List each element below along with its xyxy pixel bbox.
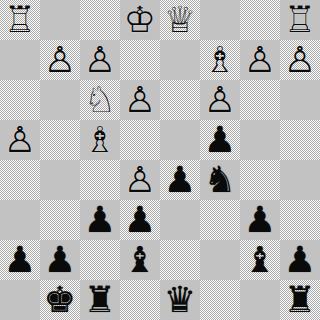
square-f3[interactable]: ♘ [80,80,120,120]
black-pawn: ♟ [124,200,156,240]
black-rook: ♜ [284,280,316,320]
square-f5[interactable] [80,160,120,200]
square-h1[interactable]: ♖ [0,0,40,40]
white-bishop: ♗ [204,40,236,80]
square-g3[interactable] [40,80,80,120]
square-f6[interactable]: ♟ [80,200,120,240]
white-pawn: ♙ [4,120,36,160]
square-g6[interactable] [40,200,80,240]
square-f1[interactable] [80,0,120,40]
square-d1[interactable]: ♕ [160,0,200,40]
square-g5[interactable] [40,160,80,200]
square-f2[interactable]: ♙ [80,40,120,80]
square-c8[interactable] [200,280,240,320]
white-pawn: ♙ [124,80,156,120]
square-a6[interactable] [280,200,320,240]
square-c1[interactable] [200,0,240,40]
square-h4[interactable]: ♙ [0,120,40,160]
square-e4[interactable] [120,120,160,160]
square-c6[interactable] [200,200,240,240]
square-b2[interactable]: ♙ [240,40,280,80]
square-e8[interactable] [120,280,160,320]
square-g2[interactable]: ♙ [40,40,80,80]
white-rook: ♖ [4,0,36,40]
square-e5[interactable]: ♙ [120,160,160,200]
white-rook: ♖ [284,0,316,40]
black-pawn: ♟ [164,160,196,200]
black-pawn: ♟ [244,200,276,240]
black-rook: ♜ [84,280,116,320]
black-pawn: ♟ [44,240,76,280]
square-c5[interactable]: ♞ [200,160,240,200]
square-e1[interactable]: ♔ [120,0,160,40]
square-a5[interactable] [280,160,320,200]
square-e6[interactable]: ♟ [120,200,160,240]
square-a2[interactable]: ♙ [280,40,320,80]
square-b4[interactable] [240,120,280,160]
white-knight: ♘ [84,80,116,120]
square-c7[interactable] [200,240,240,280]
white-pawn: ♙ [284,40,316,80]
black-pawn: ♟ [4,240,36,280]
square-g1[interactable] [40,0,80,40]
square-d4[interactable] [160,120,200,160]
square-e3[interactable]: ♙ [120,80,160,120]
square-h3[interactable] [0,80,40,120]
square-d3[interactable] [160,80,200,120]
black-pawn: ♟ [204,120,236,160]
square-e2[interactable] [120,40,160,80]
square-h8[interactable] [0,280,40,320]
square-g8[interactable]: ♚ [40,280,80,320]
square-a1[interactable]: ♖ [280,0,320,40]
square-a4[interactable] [280,120,320,160]
square-c3[interactable]: ♙ [200,80,240,120]
square-g4[interactable] [40,120,80,160]
white-pawn: ♙ [204,80,236,120]
square-h6[interactable] [0,200,40,240]
black-king: ♚ [44,280,76,320]
square-h7[interactable]: ♟ [0,240,40,280]
square-h2[interactable] [0,40,40,80]
square-b7[interactable]: ♝ [240,240,280,280]
square-a8[interactable]: ♜ [280,280,320,320]
square-d2[interactable] [160,40,200,80]
white-king: ♔ [124,0,156,40]
white-bishop: ♗ [84,120,116,160]
square-c4[interactable]: ♟ [200,120,240,160]
square-b5[interactable] [240,160,280,200]
square-b8[interactable] [240,280,280,320]
square-d8[interactable]: ♛ [160,280,200,320]
black-bishop: ♝ [124,240,156,280]
square-b3[interactable] [240,80,280,120]
square-e7[interactable]: ♝ [120,240,160,280]
square-a7[interactable]: ♟ [280,240,320,280]
square-f8[interactable]: ♜ [80,280,120,320]
black-queen: ♛ [164,280,196,320]
square-f4[interactable]: ♗ [80,120,120,160]
square-d7[interactable] [160,240,200,280]
square-a3[interactable] [280,80,320,120]
square-d5[interactable]: ♟ [160,160,200,200]
white-pawn: ♙ [84,40,116,80]
square-b1[interactable] [240,0,280,40]
square-g7[interactable]: ♟ [40,240,80,280]
black-bishop: ♝ [244,240,276,280]
square-h5[interactable] [0,160,40,200]
chess-board: ♖♔♕♖♙♙♗♙♙♘♙♙♙♗♟♙♟♞♟♟♟♟♟♝♝♟♚♜♛♜ [0,0,320,320]
square-b6[interactable]: ♟ [240,200,280,240]
white-queen: ♕ [164,0,196,40]
black-pawn: ♟ [84,200,116,240]
square-f7[interactable] [80,240,120,280]
square-d6[interactable] [160,200,200,240]
black-knight: ♞ [204,160,236,200]
square-c2[interactable]: ♗ [200,40,240,80]
white-pawn: ♙ [124,160,156,200]
black-pawn: ♟ [284,240,316,280]
white-pawn: ♙ [44,40,76,80]
white-pawn: ♙ [244,40,276,80]
